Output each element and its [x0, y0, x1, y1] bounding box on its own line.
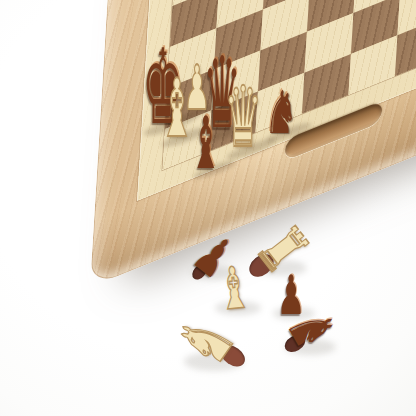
dark-knight: ♞: [249, 83, 314, 142]
dark-bishop: ♝: [175, 107, 236, 179]
chess-set-product-photo: ♚♟♛♝♛♞♝ ♟♜♝♟♞♞: [0, 0, 416, 416]
